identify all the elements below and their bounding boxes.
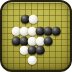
white-stone: [29, 15, 38, 24]
gomoku-board-icon[interactable]: [0, 0, 72, 72]
black-stone: [36, 46, 45, 55]
black-stone: [44, 37, 53, 46]
stones-layer: [2, 2, 72, 72]
white-stone: [28, 56, 37, 65]
black-stone: [52, 27, 61, 36]
